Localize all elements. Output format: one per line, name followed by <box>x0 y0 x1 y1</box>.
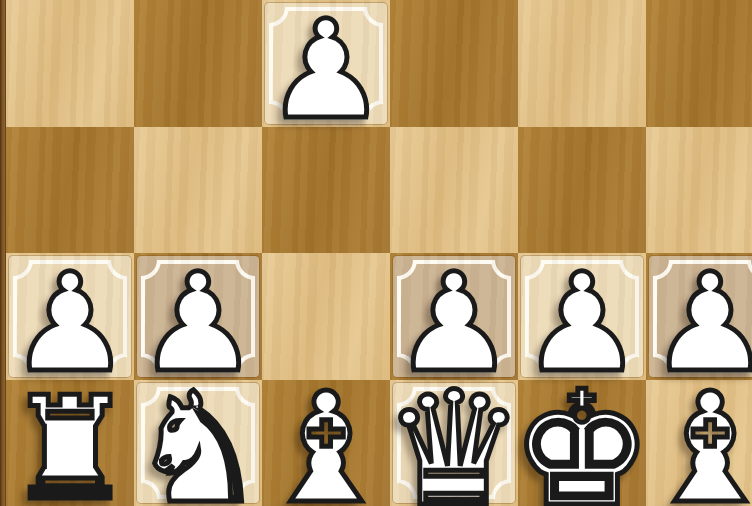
square-b1[interactable]: ♞ <box>134 380 262 506</box>
square-b3[interactable] <box>134 127 262 254</box>
chess-board-viewport: ♟♟♟♟♟♟♜♞♝♛♚♝ <box>0 0 752 506</box>
white-rook[interactable]: ♜ <box>6 386 134 506</box>
square-d4[interactable] <box>390 0 518 127</box>
chess-board[interactable]: ♟♟♟♟♟♟♜♞♝♛♚♝ <box>6 0 752 506</box>
square-f4[interactable] <box>646 0 752 127</box>
square-b4[interactable] <box>134 0 262 127</box>
square-d1[interactable]: ♛ <box>390 380 518 506</box>
square-a1[interactable]: ♜ <box>6 380 134 506</box>
square-f3[interactable] <box>646 127 752 254</box>
square-a3[interactable] <box>6 127 134 254</box>
white-queen[interactable]: ♛ <box>390 386 518 506</box>
white-bishop[interactable]: ♝ <box>646 386 752 506</box>
square-a4[interactable] <box>6 0 134 127</box>
white-king[interactable]: ♚ <box>518 386 646 506</box>
square-e4[interactable] <box>518 0 646 127</box>
square-c1[interactable]: ♝ <box>262 380 390 506</box>
square-d3[interactable] <box>390 127 518 254</box>
square-f1[interactable]: ♝ <box>646 380 752 506</box>
white-knight[interactable]: ♞ <box>134 386 262 506</box>
white-pawn[interactable]: ♟ <box>262 7 390 134</box>
square-e3[interactable] <box>518 127 646 254</box>
white-bishop[interactable]: ♝ <box>262 386 390 506</box>
square-a2[interactable]: ♟ <box>6 253 134 380</box>
square-e1[interactable]: ♚ <box>518 380 646 506</box>
square-c4[interactable]: ♟ <box>262 0 390 127</box>
